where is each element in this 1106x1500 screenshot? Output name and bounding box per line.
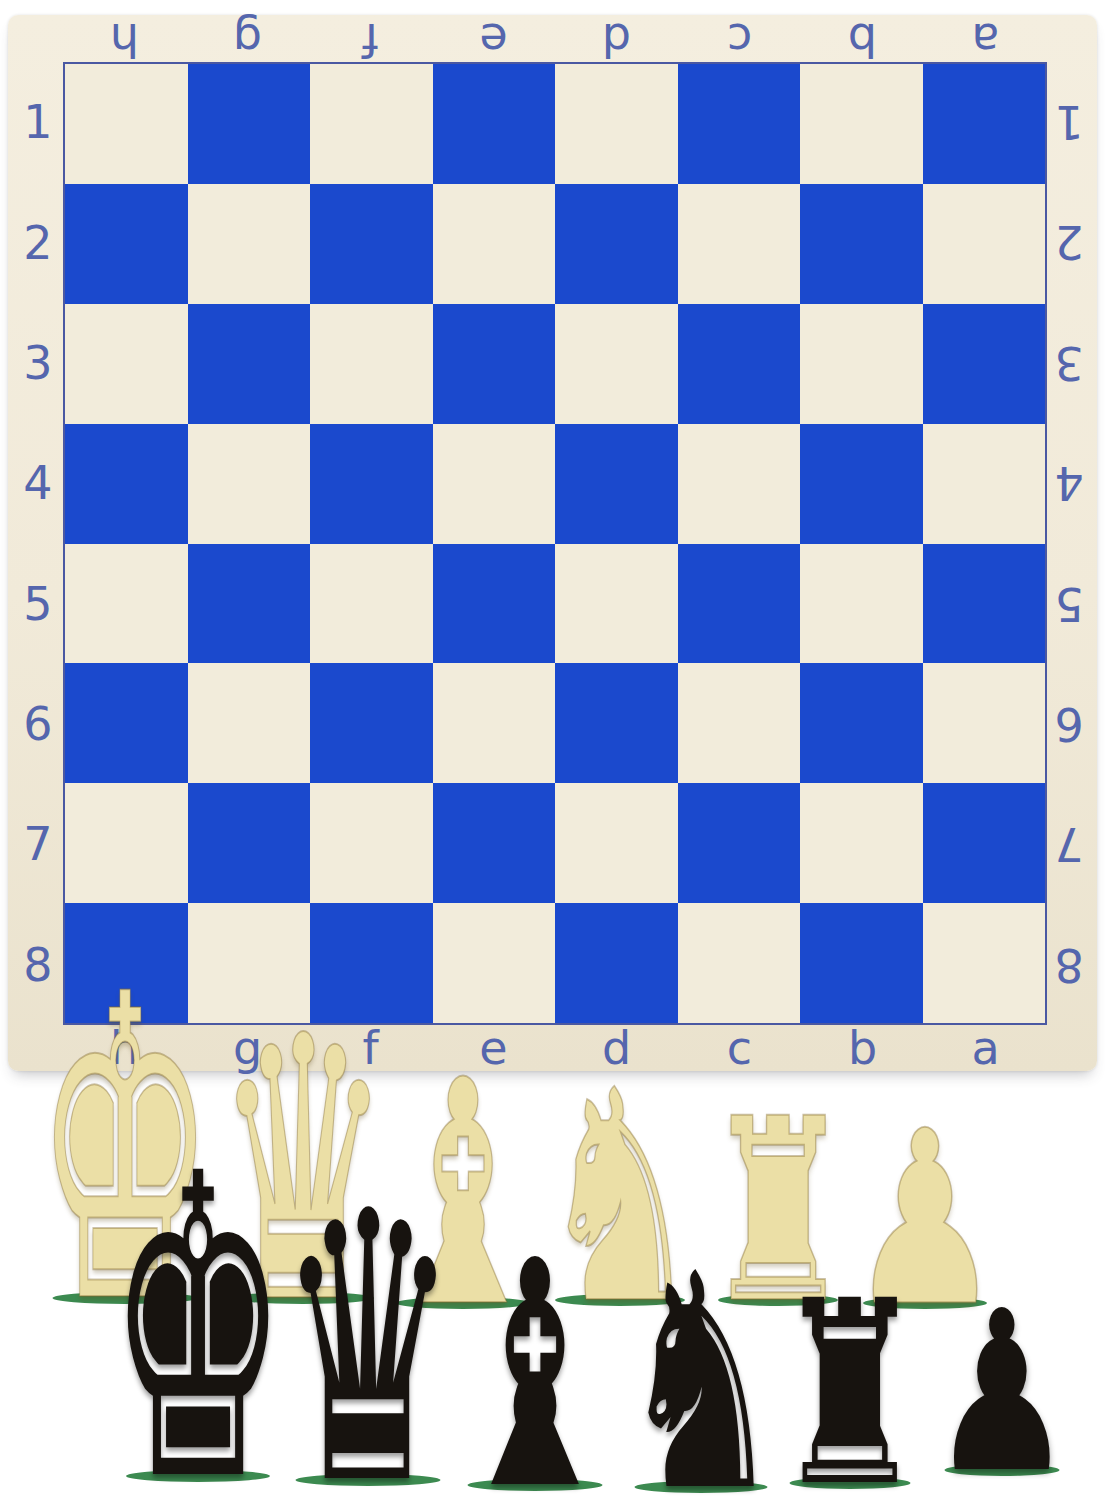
square-e3	[433, 304, 556, 424]
coord-label-b: b	[801, 1027, 924, 1069]
square-b6	[800, 663, 923, 783]
square-b3	[800, 304, 923, 424]
coord-label-c: c	[678, 19, 801, 61]
square-c1	[678, 64, 801, 184]
square-g5	[188, 544, 311, 664]
square-f1	[310, 64, 433, 184]
square-e6	[433, 663, 556, 783]
square-b7	[800, 783, 923, 903]
square-h5	[65, 544, 188, 664]
square-h4	[65, 424, 188, 544]
coord-label-7: 7	[1049, 784, 1089, 904]
square-a3	[923, 304, 1046, 424]
square-g1	[188, 64, 311, 184]
square-c5	[678, 544, 801, 664]
square-f6	[310, 663, 433, 783]
square-b8	[800, 903, 923, 1023]
coord-label-d: d	[555, 19, 678, 61]
square-c4	[678, 424, 801, 544]
coord-label-6: 6	[18, 664, 58, 784]
coord-label-a: a	[924, 19, 1047, 61]
ranks-left-labels: 12345678	[18, 62, 58, 1025]
square-b5	[800, 544, 923, 664]
square-e1	[433, 64, 556, 184]
square-h2	[65, 184, 188, 304]
coord-label-b: b	[801, 19, 924, 61]
square-a4	[923, 424, 1046, 544]
black-knight-piece: ♞	[618, 1235, 783, 1500]
ranks-right-labels: 12345678	[1049, 62, 1089, 1025]
square-d7	[555, 783, 678, 903]
product-photo-stage: hgfedcba hgfedcba 12345678 12345678 ♚♛♝♞…	[0, 0, 1106, 1500]
square-d1	[555, 64, 678, 184]
square-e2	[433, 184, 556, 304]
square-d4	[555, 424, 678, 544]
square-a2	[923, 184, 1046, 304]
coord-label-4: 4	[1049, 423, 1089, 543]
square-h7	[65, 783, 188, 903]
square-d3	[555, 304, 678, 424]
coord-label-f: f	[309, 19, 432, 61]
square-c6	[678, 663, 801, 783]
square-g3	[188, 304, 311, 424]
black-queen-piece: ♛	[278, 1164, 458, 1500]
square-b2	[800, 184, 923, 304]
square-e5	[433, 544, 556, 664]
square-a7	[923, 783, 1046, 903]
black-bishop-piece: ♝	[451, 1220, 619, 1500]
coord-label-1: 1	[18, 62, 58, 182]
square-d2	[555, 184, 678, 304]
square-h6	[65, 663, 188, 783]
coord-label-4: 4	[18, 423, 58, 543]
coord-label-5: 5	[18, 544, 58, 664]
coord-label-1: 1	[1049, 62, 1089, 182]
square-d8	[555, 903, 678, 1023]
square-f5	[310, 544, 433, 664]
square-a5	[923, 544, 1046, 664]
square-e8	[433, 903, 556, 1023]
square-h3	[65, 304, 188, 424]
square-g4	[188, 424, 311, 544]
square-c8	[678, 903, 801, 1023]
square-d6	[555, 663, 678, 783]
black-pawn-piece: ♟	[930, 1281, 1073, 1500]
black-king-piece: ♚	[108, 1121, 288, 1500]
square-f4	[310, 424, 433, 544]
coord-label-2: 2	[1049, 182, 1089, 302]
square-g7	[188, 783, 311, 903]
coord-label-5: 5	[1049, 544, 1089, 664]
coord-label-a: a	[924, 1027, 1047, 1069]
square-b4	[800, 424, 923, 544]
coord-label-8: 8	[1049, 905, 1089, 1025]
square-d5	[555, 544, 678, 664]
square-c3	[678, 304, 801, 424]
square-a6	[923, 663, 1046, 783]
square-b1	[800, 64, 923, 184]
coord-label-7: 7	[18, 784, 58, 904]
coord-label-6: 6	[1049, 664, 1089, 784]
square-a8	[923, 903, 1046, 1023]
square-c7	[678, 783, 801, 903]
square-h1	[65, 64, 188, 184]
square-e7	[433, 783, 556, 903]
square-f2	[310, 184, 433, 304]
square-g2	[188, 184, 311, 304]
board-grid	[63, 62, 1047, 1025]
coord-label-h: h	[63, 19, 186, 61]
coord-label-3: 3	[18, 303, 58, 423]
square-g6	[188, 663, 311, 783]
coord-label-3: 3	[1049, 303, 1089, 423]
coord-label-g: g	[186, 19, 309, 61]
black-rook-piece: ♜	[775, 1267, 925, 1500]
square-a1	[923, 64, 1046, 184]
files-top-labels: hgfedcba	[63, 19, 1047, 61]
square-f7	[310, 783, 433, 903]
coord-label-e: e	[432, 19, 555, 61]
square-c2	[678, 184, 801, 304]
square-f3	[310, 304, 433, 424]
coord-label-2: 2	[18, 182, 58, 302]
square-e4	[433, 424, 556, 544]
